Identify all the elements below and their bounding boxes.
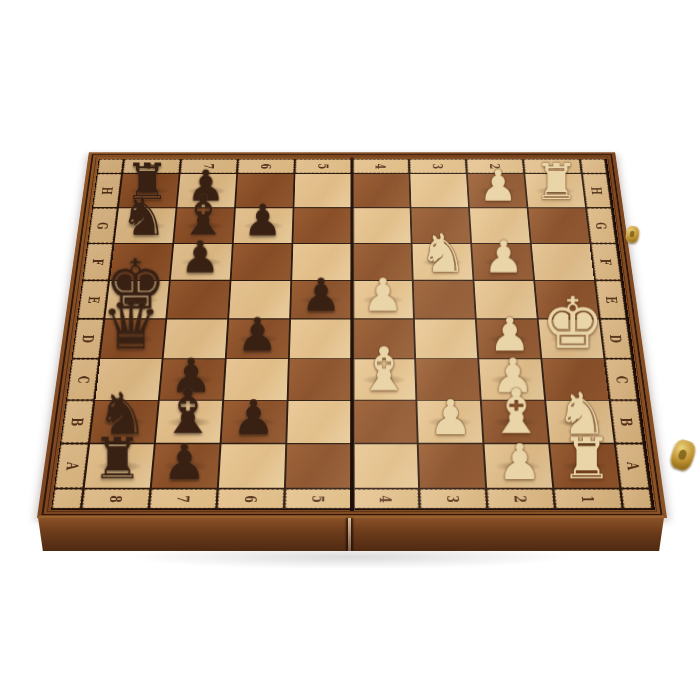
piece-shadow [555, 417, 604, 428]
file-label-right-a: A [616, 444, 649, 488]
square-c3 [416, 359, 480, 399]
white-pawn-e4: ♟ [363, 274, 404, 317]
square-d5 [290, 319, 351, 358]
square-g6: ♟ [234, 208, 293, 243]
square-h8: ♜ [119, 174, 179, 207]
square-c1 [542, 359, 608, 399]
square-h7: ♟ [177, 174, 236, 207]
square-h2: ♟ [468, 174, 527, 207]
square-g4 [353, 208, 411, 243]
white-pawn-a2: ♟ [497, 440, 541, 487]
square-c4: ♝ [353, 359, 416, 399]
square-b7: ♝ [156, 401, 222, 443]
brass-latch-upper-icon [625, 225, 640, 244]
file-label-right-b: B [611, 401, 643, 443]
white-pawn-b3: ♟ [429, 396, 472, 442]
square-g8: ♞ [115, 208, 176, 243]
piece-shadow [547, 334, 594, 345]
file-label-right-d: D [601, 319, 632, 358]
rank-label-bottom-1: 1 [554, 489, 621, 508]
square-b5 [287, 401, 351, 443]
file-label-left-e: E [78, 281, 108, 318]
square-a5 [286, 444, 351, 488]
piece-shadow [485, 334, 532, 345]
black-pawn-a7: ♟ [162, 440, 206, 487]
rank-label-bottom-7: 7 [150, 489, 217, 508]
rank-label-top-4: 4 [353, 159, 409, 173]
piece-shadow [169, 375, 217, 386]
file-label-left-b: B [61, 401, 93, 443]
square-d4 [353, 319, 414, 358]
piece-shadow [94, 461, 144, 473]
square-h6 [236, 174, 294, 207]
square-a7: ♟ [152, 444, 220, 488]
piece-shadow [425, 417, 473, 428]
piece-shadow [420, 258, 465, 268]
square-e1 [535, 281, 599, 318]
rank-label-bottom-6: 6 [218, 489, 284, 508]
board-front-edge [34, 516, 668, 551]
square-g5 [293, 208, 351, 243]
square-c8 [95, 359, 161, 399]
rank-label-bottom-8: 8 [82, 489, 149, 508]
white-rook-a1: ♜ [561, 432, 612, 486]
piece-shadow [110, 334, 157, 345]
file-label-left-a: A [55, 444, 88, 488]
piece-shadow [161, 461, 211, 473]
file-label-right-f: F [591, 244, 620, 280]
square-b4 [353, 401, 417, 443]
square-f8 [110, 244, 172, 280]
square-a6 [219, 444, 285, 488]
file-label-right-c: C [605, 359, 636, 399]
file-label-right-e: E [596, 281, 626, 318]
piece-shadow [241, 221, 285, 230]
rank-label-bottom-2: 2 [487, 489, 554, 508]
piece-shadow [114, 295, 160, 305]
square-g3 [411, 208, 470, 243]
square-f3: ♞ [412, 244, 472, 280]
square-a8: ♜ [85, 444, 154, 488]
square-b2: ♝ [482, 401, 548, 443]
rank-label-top-3: 3 [410, 159, 466, 173]
square-f1 [532, 244, 594, 280]
piece-shadow [185, 187, 228, 196]
black-pawn-b6: ♟ [232, 396, 275, 442]
square-h4 [353, 174, 410, 207]
square-h1: ♜ [525, 174, 585, 207]
square-e4: ♟ [353, 281, 413, 318]
black-pawn-e5: ♟ [301, 274, 342, 317]
piece-shadow [488, 375, 536, 386]
piece-shadow [179, 258, 224, 268]
rank-label-top-2: 2 [467, 159, 524, 173]
black-pawn-c7: ♟ [170, 353, 212, 398]
frame-corner [621, 489, 651, 508]
square-h5 [294, 174, 351, 207]
black-pawn-d6: ♟ [237, 313, 279, 357]
piece-shadow [165, 417, 214, 428]
piece-shadow [230, 417, 278, 428]
square-b8: ♞ [90, 401, 158, 443]
square-c2: ♟ [479, 359, 544, 399]
square-a2: ♟ [484, 444, 552, 488]
piece-shadow [235, 334, 281, 345]
file-label-left-c: C [67, 359, 98, 399]
white-pawn-c2: ♟ [492, 353, 534, 398]
square-e3 [414, 281, 475, 318]
square-e7 [167, 281, 229, 318]
square-b6: ♟ [222, 401, 287, 443]
square-f4 [353, 244, 412, 280]
square-f5 [292, 244, 351, 280]
file-label-left-f: F [83, 244, 112, 280]
square-a1: ♜ [550, 444, 619, 488]
square-d2: ♟ [477, 319, 541, 358]
piece-shadow [127, 187, 171, 196]
piece-shadow [299, 295, 344, 305]
square-a4 [353, 444, 418, 488]
square-d7 [164, 319, 228, 358]
file-label-right-h: H [583, 174, 611, 207]
square-g7: ♝ [174, 208, 234, 243]
rank-label-top-1: 1 [524, 159, 581, 173]
rank-label-top-7: 7 [181, 159, 238, 173]
piece-shadow [493, 461, 543, 473]
file-label-left-h: H [93, 174, 121, 207]
piece-shadow [360, 295, 405, 305]
square-c6 [224, 359, 288, 399]
white-pawn-d2: ♟ [489, 313, 531, 357]
brass-latch-lower-icon [668, 437, 698, 472]
piece-shadow [533, 187, 577, 196]
square-g1 [528, 208, 589, 243]
piece-shadow [100, 417, 149, 428]
file-label-left-d: D [73, 319, 104, 358]
rank-label-bottom-5: 5 [285, 489, 351, 508]
square-e6 [229, 281, 290, 318]
file-label-left-g: G [88, 208, 117, 243]
square-c5 [289, 359, 352, 399]
square-a3 [419, 444, 485, 488]
square-b3: ♟ [417, 401, 482, 443]
piece-shadow [480, 258, 525, 268]
square-f7: ♟ [171, 244, 232, 280]
rank-label-bottom-4: 4 [353, 489, 419, 508]
square-d3 [415, 319, 477, 358]
piece-shadow [123, 221, 167, 230]
square-h3 [410, 174, 468, 207]
file-label-right-g: G [587, 208, 616, 243]
square-g2 [470, 208, 530, 243]
square-e8: ♚ [105, 281, 169, 318]
rank-label-bottom-3: 3 [420, 489, 486, 508]
piece-shadow [360, 375, 407, 386]
rank-label-top-8: 8 [123, 159, 180, 173]
square-d8: ♛ [101, 319, 166, 358]
piece-shadow [475, 187, 518, 196]
square-d1: ♚ [539, 319, 604, 358]
rank-label-top-6: 6 [238, 159, 294, 173]
square-d6: ♟ [227, 319, 289, 358]
piece-shadow [490, 417, 539, 428]
frame-corner [52, 489, 82, 508]
black-rook-a8: ♜ [92, 432, 143, 486]
piece-shadow [560, 461, 610, 473]
square-e2 [474, 281, 536, 318]
chess-board: 87654321H♜♟♟♜HG♞♝♟GF♟♞♟FE♚♟♟ED♛♟♟♚DC♟♝♟C… [37, 152, 667, 518]
rank-label-top-5: 5 [295, 159, 351, 173]
square-b1: ♞ [546, 401, 614, 443]
product-photo-scene: 87654321H♜♟♟♜HG♞♝♟GF♟♞♟FE♚♟♟ED♛♟♟♚DC♟♝♟C… [0, 0, 700, 700]
square-f6 [231, 244, 291, 280]
square-f2: ♟ [472, 244, 533, 280]
piece-shadow [182, 221, 226, 230]
frame-corner [98, 159, 123, 173]
square-e5: ♟ [291, 281, 351, 318]
square-c7: ♟ [160, 359, 225, 399]
frame-corner [581, 159, 606, 173]
